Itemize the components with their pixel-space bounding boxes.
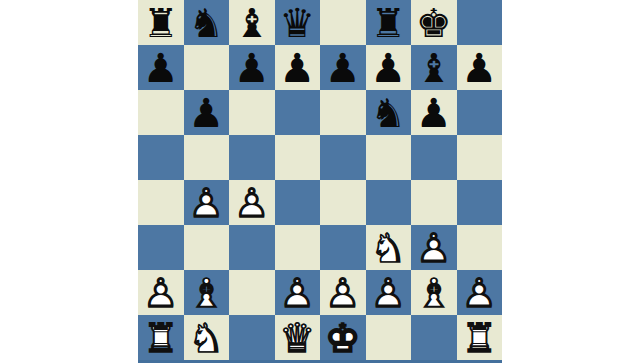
square-d2[interactable]: ♟♙ xyxy=(275,270,321,315)
black-pawn-glyph: ♟ xyxy=(184,90,230,135)
white-pawn-glyph: ♟ xyxy=(138,270,184,315)
square-f3[interactable]: ♞♘ xyxy=(366,225,412,270)
white-rook-glyph: ♜ xyxy=(457,315,503,360)
piece-black-knight[interactable]: ♞ xyxy=(184,0,230,45)
white-pawn-glyph: ♟ xyxy=(366,270,412,315)
black-pawn-glyph: ♟ xyxy=(229,45,275,90)
piece-white-pawn[interactable]: ♟♙ xyxy=(366,270,412,315)
square-c2[interactable] xyxy=(229,270,275,315)
chess-board: ♜♞♝♛♜♚♟♟♟♟♟♝♟♟♞♟♟♙♟♙♞♘♟♙♟♙♝♗♟♙♟♙♟♙♝♗♟♙♜♖… xyxy=(138,0,502,363)
piece-black-pawn[interactable]: ♟ xyxy=(320,45,366,90)
black-pawn-glyph: ♟ xyxy=(366,45,412,90)
square-h8[interactable] xyxy=(457,0,503,45)
white-rook-glyph: ♜ xyxy=(138,315,184,360)
square-b3[interactable] xyxy=(184,225,230,270)
square-d1[interactable]: ♛♕ xyxy=(275,315,321,360)
square-h2[interactable]: ♟♙ xyxy=(457,270,503,315)
piece-black-pawn[interactable]: ♟ xyxy=(411,90,457,135)
square-b7[interactable] xyxy=(184,45,230,90)
white-pawn-outline: ♙ xyxy=(411,225,457,270)
white-pawn-glyph: ♟ xyxy=(457,270,503,315)
white-knight-outline: ♘ xyxy=(184,315,230,360)
black-knight-glyph: ♞ xyxy=(366,90,412,135)
piece-white-pawn[interactable]: ♟♙ xyxy=(457,270,503,315)
square-f4[interactable] xyxy=(366,180,412,225)
piece-white-pawn[interactable]: ♟♙ xyxy=(229,180,275,225)
square-e8[interactable] xyxy=(320,0,366,45)
square-g4[interactable] xyxy=(411,180,457,225)
square-f2[interactable]: ♟♙ xyxy=(366,270,412,315)
piece-white-pawn[interactable]: ♟♙ xyxy=(275,270,321,315)
white-pawn-glyph: ♟ xyxy=(275,270,321,315)
piece-black-pawn[interactable]: ♟ xyxy=(229,45,275,90)
square-b4[interactable]: ♟♙ xyxy=(184,180,230,225)
piece-white-king[interactable]: ♚♔ xyxy=(320,315,366,360)
square-g5[interactable] xyxy=(411,135,457,180)
white-pawn-outline: ♙ xyxy=(229,180,275,225)
white-pawn-outline: ♙ xyxy=(184,180,230,225)
black-pawn-glyph: ♟ xyxy=(138,45,184,90)
white-bishop-glyph: ♝ xyxy=(184,270,230,315)
square-e1[interactable]: ♚♔ xyxy=(320,315,366,360)
piece-black-rook[interactable]: ♜ xyxy=(366,0,412,45)
square-d8[interactable]: ♛ xyxy=(275,0,321,45)
square-c8[interactable]: ♝ xyxy=(229,0,275,45)
square-a5[interactable] xyxy=(138,135,184,180)
square-e5[interactable] xyxy=(320,135,366,180)
black-pawn-glyph: ♟ xyxy=(457,45,503,90)
white-pawn-glyph: ♟ xyxy=(184,180,230,225)
black-knight-glyph: ♞ xyxy=(184,0,230,45)
piece-white-rook[interactable]: ♜♖ xyxy=(457,315,503,360)
white-bishop-outline: ♗ xyxy=(411,270,457,315)
square-h3[interactable] xyxy=(457,225,503,270)
square-c6[interactable] xyxy=(229,90,275,135)
piece-black-bishop[interactable]: ♝ xyxy=(411,45,457,90)
white-rook-outline: ♖ xyxy=(138,315,184,360)
white-bishop-outline: ♗ xyxy=(184,270,230,315)
square-d3[interactable] xyxy=(275,225,321,270)
square-e6[interactable] xyxy=(320,90,366,135)
white-knight-glyph: ♞ xyxy=(184,315,230,360)
square-d6[interactable] xyxy=(275,90,321,135)
square-b2[interactable]: ♝♗ xyxy=(184,270,230,315)
square-e2[interactable]: ♟♙ xyxy=(320,270,366,315)
white-king-outline: ♔ xyxy=(320,315,366,360)
black-rook-glyph: ♜ xyxy=(366,0,412,45)
piece-black-pawn[interactable]: ♟ xyxy=(184,90,230,135)
white-pawn-glyph: ♟ xyxy=(229,180,275,225)
piece-white-pawn[interactable]: ♟♙ xyxy=(320,270,366,315)
piece-black-queen[interactable]: ♛ xyxy=(275,0,321,45)
white-knight-outline: ♘ xyxy=(366,225,412,270)
black-bishop-glyph: ♝ xyxy=(411,45,457,90)
white-bishop-glyph: ♝ xyxy=(411,270,457,315)
square-d7[interactable]: ♟ xyxy=(275,45,321,90)
square-e7[interactable]: ♟ xyxy=(320,45,366,90)
piece-white-queen[interactable]: ♛♕ xyxy=(275,315,321,360)
square-g6[interactable]: ♟ xyxy=(411,90,457,135)
square-f6[interactable]: ♞ xyxy=(366,90,412,135)
square-h4[interactable] xyxy=(457,180,503,225)
square-h7[interactable]: ♟ xyxy=(457,45,503,90)
page: ♜♞♝♛♜♚♟♟♟♟♟♝♟♟♞♟♟♙♟♙♞♘♟♙♟♙♝♗♟♙♟♙♟♙♝♗♟♙♜♖… xyxy=(0,0,640,363)
white-pawn-outline: ♙ xyxy=(275,270,321,315)
piece-black-pawn[interactable]: ♟ xyxy=(138,45,184,90)
black-bishop-glyph: ♝ xyxy=(229,0,275,45)
square-a8[interactable]: ♜ xyxy=(138,0,184,45)
white-pawn-outline: ♙ xyxy=(320,270,366,315)
square-a1[interactable]: ♜♖ xyxy=(138,315,184,360)
square-b6[interactable]: ♟ xyxy=(184,90,230,135)
square-c3[interactable] xyxy=(229,225,275,270)
square-a6[interactable] xyxy=(138,90,184,135)
square-b1[interactable]: ♞♘ xyxy=(184,315,230,360)
square-g3[interactable]: ♟♙ xyxy=(411,225,457,270)
piece-white-rook[interactable]: ♜♖ xyxy=(138,315,184,360)
piece-white-knight[interactable]: ♞♘ xyxy=(184,315,230,360)
white-pawn-glyph: ♟ xyxy=(320,270,366,315)
piece-black-pawn[interactable]: ♟ xyxy=(275,45,321,90)
square-h1[interactable]: ♜♖ xyxy=(457,315,503,360)
square-g8[interactable]: ♚ xyxy=(411,0,457,45)
white-pawn-outline: ♙ xyxy=(457,270,503,315)
square-g7[interactable]: ♝ xyxy=(411,45,457,90)
square-a2[interactable]: ♟♙ xyxy=(138,270,184,315)
black-pawn-glyph: ♟ xyxy=(411,90,457,135)
black-king-glyph: ♚ xyxy=(411,0,457,45)
piece-black-rook[interactable]: ♜ xyxy=(138,0,184,45)
piece-white-pawn[interactable]: ♟♙ xyxy=(184,180,230,225)
square-b5[interactable] xyxy=(184,135,230,180)
square-c1[interactable] xyxy=(229,315,275,360)
square-e3[interactable] xyxy=(320,225,366,270)
black-rook-glyph: ♜ xyxy=(138,0,184,45)
square-a3[interactable] xyxy=(138,225,184,270)
black-pawn-glyph: ♟ xyxy=(275,45,321,90)
square-c7[interactable]: ♟ xyxy=(229,45,275,90)
white-pawn-outline: ♙ xyxy=(138,270,184,315)
square-b8[interactable]: ♞ xyxy=(184,0,230,45)
square-c5[interactable] xyxy=(229,135,275,180)
white-pawn-glyph: ♟ xyxy=(411,225,457,270)
piece-white-bishop[interactable]: ♝♗ xyxy=(184,270,230,315)
piece-white-knight[interactable]: ♞♘ xyxy=(366,225,412,270)
square-f1[interactable] xyxy=(366,315,412,360)
square-a7[interactable]: ♟ xyxy=(138,45,184,90)
square-h6[interactable] xyxy=(457,90,503,135)
square-f8[interactable]: ♜ xyxy=(366,0,412,45)
square-f5[interactable] xyxy=(366,135,412,180)
square-a4[interactable] xyxy=(138,180,184,225)
square-h5[interactable] xyxy=(457,135,503,180)
square-d4[interactable] xyxy=(275,180,321,225)
white-pawn-outline: ♙ xyxy=(366,270,412,315)
piece-black-knight[interactable]: ♞ xyxy=(366,90,412,135)
piece-white-pawn[interactable]: ♟♙ xyxy=(411,225,457,270)
white-knight-glyph: ♞ xyxy=(366,225,412,270)
square-c4[interactable]: ♟♙ xyxy=(229,180,275,225)
white-rook-outline: ♖ xyxy=(457,315,503,360)
square-g2[interactable]: ♝♗ xyxy=(411,270,457,315)
piece-black-pawn[interactable]: ♟ xyxy=(457,45,503,90)
white-queen-glyph: ♛ xyxy=(275,315,321,360)
black-queen-glyph: ♛ xyxy=(275,0,321,45)
black-pawn-glyph: ♟ xyxy=(320,45,366,90)
square-d5[interactable] xyxy=(275,135,321,180)
piece-black-king[interactable]: ♚ xyxy=(411,0,457,45)
square-g1[interactable] xyxy=(411,315,457,360)
white-king-glyph: ♚ xyxy=(320,315,366,360)
square-e4[interactable] xyxy=(320,180,366,225)
white-queen-outline: ♕ xyxy=(275,315,321,360)
piece-white-pawn[interactable]: ♟♙ xyxy=(138,270,184,315)
piece-white-bishop[interactable]: ♝♗ xyxy=(411,270,457,315)
piece-black-bishop[interactable]: ♝ xyxy=(229,0,275,45)
square-f7[interactable]: ♟ xyxy=(366,45,412,90)
piece-black-pawn[interactable]: ♟ xyxy=(366,45,412,90)
